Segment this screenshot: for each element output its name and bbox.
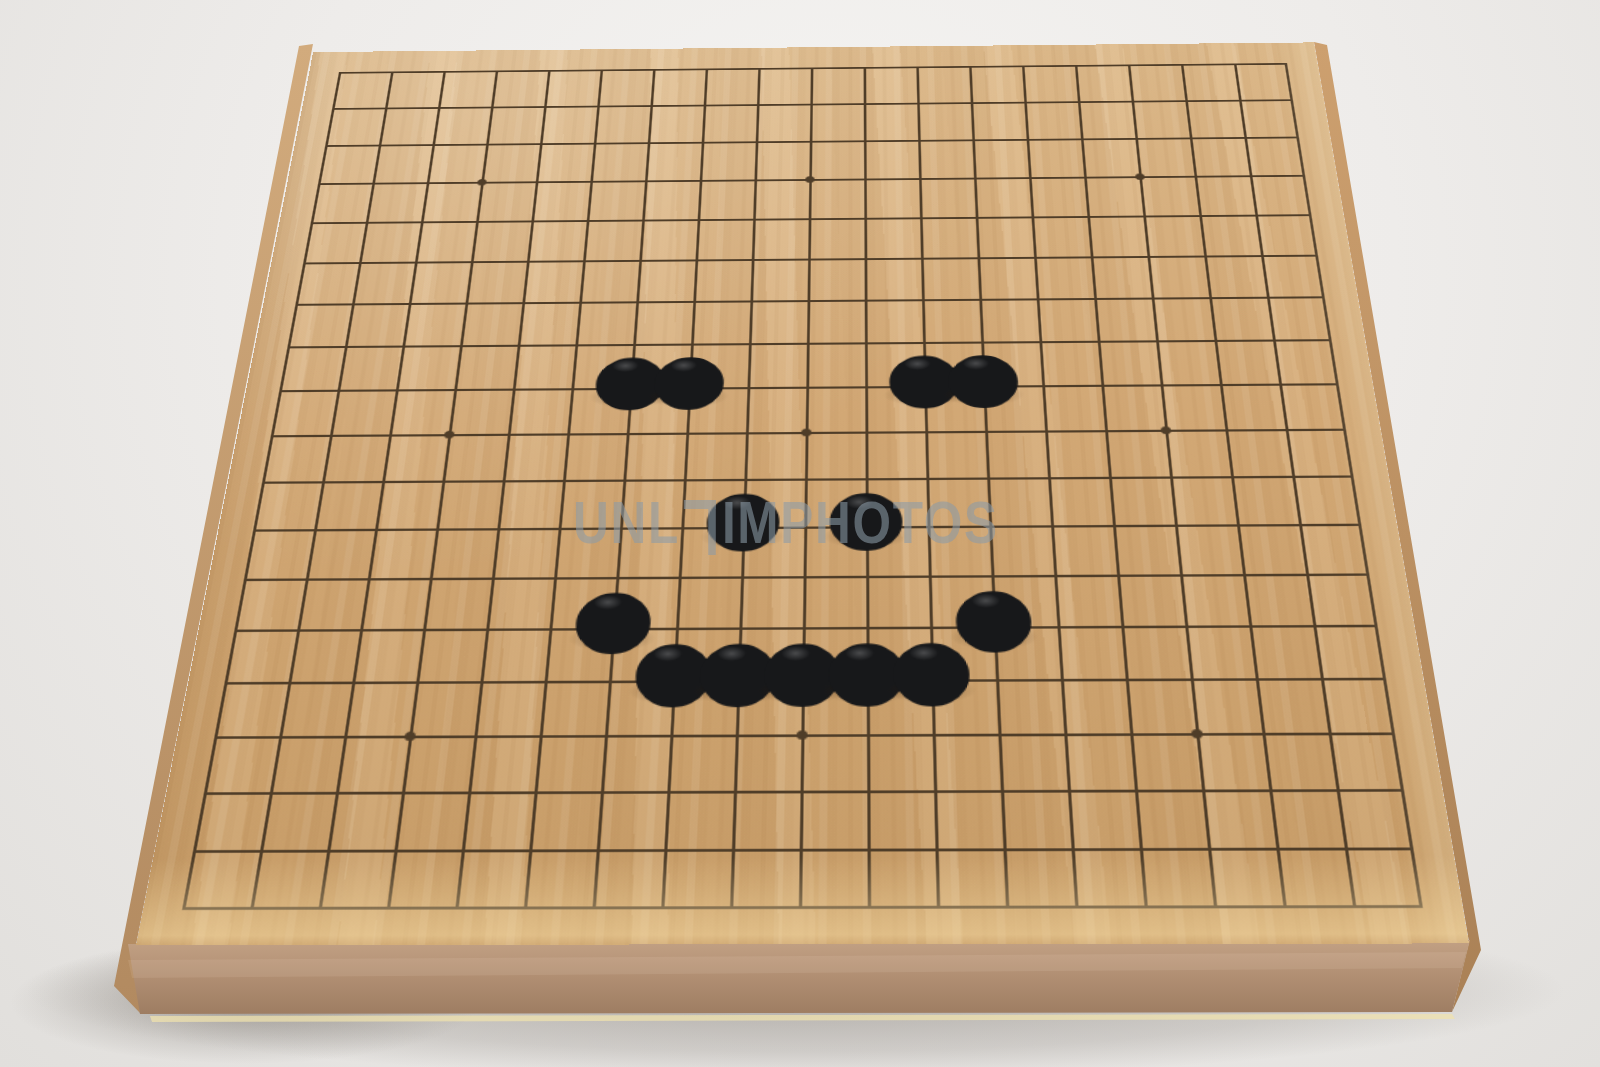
grid-cell xyxy=(648,105,704,143)
board-front-face xyxy=(128,940,1470,1014)
grid-cell xyxy=(279,682,352,736)
grid-cell xyxy=(969,66,1024,103)
grid-cell xyxy=(1194,175,1255,215)
grid-cell xyxy=(1267,296,1332,339)
grid-cell xyxy=(805,432,866,479)
grid-cell xyxy=(1048,477,1113,525)
grid-cell xyxy=(250,850,327,910)
grid-cell xyxy=(989,525,1054,575)
star-point xyxy=(801,428,811,436)
grid-cell xyxy=(1042,385,1105,431)
grid-cell xyxy=(704,68,759,105)
grid-cell xyxy=(1147,256,1209,298)
grid-cell xyxy=(919,178,976,218)
watermark-bracket-icon xyxy=(684,500,716,555)
grid-cell xyxy=(1321,678,1395,733)
grid-cell xyxy=(734,734,801,790)
grid-cell xyxy=(594,105,651,143)
grid-cell xyxy=(529,791,601,849)
grid-cell xyxy=(443,434,508,481)
grid-cell xyxy=(375,481,442,529)
grid-cell xyxy=(544,70,600,107)
grid-cell xyxy=(1185,625,1255,678)
grid-cell xyxy=(427,144,486,183)
grid-cell xyxy=(318,145,379,184)
grid-cell xyxy=(1113,525,1180,575)
grid-cell xyxy=(808,218,864,259)
grid-cell xyxy=(1261,255,1325,297)
grid-cell xyxy=(423,578,492,629)
grid-cell xyxy=(1286,429,1354,476)
star-point xyxy=(476,179,486,186)
grid-cell xyxy=(935,848,1006,908)
grid-cell xyxy=(583,220,642,261)
grid-cell xyxy=(235,578,306,629)
grid-cell xyxy=(1185,100,1244,138)
board-grid xyxy=(182,63,1423,910)
grid-cell xyxy=(693,259,751,301)
grid-cell xyxy=(1204,255,1267,297)
grid-cell xyxy=(306,529,375,579)
grid-cell xyxy=(409,261,471,303)
grid-cell xyxy=(809,140,864,179)
grid-cell xyxy=(1098,340,1161,384)
grid-cell xyxy=(864,217,921,258)
grid-cell xyxy=(667,735,735,791)
grid-cell xyxy=(691,300,750,343)
grid-cell xyxy=(1045,430,1109,477)
grid-cell xyxy=(1121,626,1190,679)
grid-cell xyxy=(314,481,382,529)
grid-cell xyxy=(996,679,1064,734)
grid-cell xyxy=(540,681,609,736)
grid-cell xyxy=(1170,476,1237,525)
watermark: UNL IMPHOTOS xyxy=(573,494,999,555)
grid-cell xyxy=(513,344,576,388)
grid-cell xyxy=(1181,64,1239,101)
grid-cell xyxy=(336,736,409,792)
grid-cell xyxy=(416,629,486,682)
grid-cell xyxy=(385,71,443,108)
grid-cell xyxy=(455,849,529,909)
grid-cell xyxy=(866,575,930,626)
grid-cell xyxy=(1072,848,1145,908)
grid-cell xyxy=(486,106,544,144)
grid-cell xyxy=(803,576,867,627)
grid-cell xyxy=(1130,733,1202,790)
grid-cell xyxy=(864,140,919,179)
grid-cell xyxy=(403,303,466,346)
grid-cell xyxy=(535,735,605,791)
grid-cell xyxy=(1244,137,1305,176)
grid-cell xyxy=(1161,384,1226,430)
grid-cell xyxy=(471,221,531,262)
grid-cell xyxy=(344,681,416,735)
grid-cell xyxy=(1032,216,1091,257)
grid-cell xyxy=(1237,524,1306,574)
grid-cell xyxy=(864,103,918,141)
grid-cell xyxy=(642,180,700,220)
grid-cell xyxy=(311,183,373,223)
grid-cell xyxy=(395,792,469,850)
grid-cell xyxy=(799,849,868,909)
grid-cell xyxy=(475,681,545,736)
grid-cell xyxy=(868,849,937,909)
grid-cell xyxy=(368,528,436,578)
grid-cell xyxy=(1037,298,1098,341)
grid-cell xyxy=(1029,177,1087,217)
grid-cell xyxy=(204,736,279,792)
grid-cell xyxy=(262,435,330,482)
star-point xyxy=(443,430,454,438)
grid-cell xyxy=(933,734,1001,791)
grid-cell xyxy=(1094,298,1156,341)
grid-cell xyxy=(1234,63,1293,100)
grid-cell xyxy=(807,300,865,343)
grid-cell xyxy=(481,143,540,182)
grid-cell xyxy=(338,346,403,390)
grid-cell xyxy=(270,736,344,792)
grid-cell xyxy=(536,143,594,182)
grid-cell xyxy=(623,433,686,480)
stone-highlight xyxy=(971,593,1000,608)
grid-cell xyxy=(327,792,402,850)
grid-cell xyxy=(698,179,755,219)
grid-cell xyxy=(971,102,1027,140)
grid-cell xyxy=(260,792,336,850)
grid-cell xyxy=(739,576,803,627)
grid-cell xyxy=(1081,138,1139,177)
grid-cell xyxy=(476,181,536,221)
grid-cell xyxy=(700,141,756,180)
grid-cell xyxy=(1180,574,1249,626)
grid-cell xyxy=(1132,100,1190,138)
grid-cell xyxy=(1175,524,1243,574)
grid-cell xyxy=(492,528,559,578)
grid-cell xyxy=(1051,525,1117,575)
grid-cell xyxy=(1057,626,1125,679)
grid-cell xyxy=(1279,383,1346,429)
grid-cell xyxy=(753,179,809,219)
grid-cell xyxy=(1209,297,1273,340)
watermark-text-left: UNL xyxy=(573,494,680,553)
grid-cell xyxy=(1075,65,1132,102)
grid-cell xyxy=(1239,99,1299,137)
grid-cell xyxy=(752,218,809,259)
grid-cell xyxy=(1336,789,1413,848)
grid-cell xyxy=(1034,256,1094,298)
grid-cell xyxy=(1087,216,1147,257)
grid-cell xyxy=(925,431,987,478)
grid-cell xyxy=(540,106,597,144)
grid-cell xyxy=(808,258,865,300)
grid-cell xyxy=(491,70,548,107)
star-point xyxy=(1190,728,1202,737)
grid-cell xyxy=(1196,733,1269,790)
grid-cell xyxy=(330,389,396,434)
grid-cell xyxy=(1064,733,1135,790)
grid-cell xyxy=(587,180,645,220)
star-point xyxy=(1134,173,1144,180)
grid-cell xyxy=(279,346,345,390)
star-point xyxy=(1160,426,1171,434)
grid-cell xyxy=(865,431,926,478)
grid-cell xyxy=(1306,573,1377,625)
grid-cell xyxy=(1156,340,1220,384)
grid-cell xyxy=(1165,429,1231,476)
grid-cell xyxy=(352,629,423,682)
grid-cell xyxy=(979,298,1039,341)
grid-cell xyxy=(454,345,517,389)
grid-cell xyxy=(696,219,754,260)
grid-cell xyxy=(387,850,462,910)
star-point xyxy=(805,176,814,183)
grid-cell xyxy=(1328,732,1403,789)
grid-cell xyxy=(1117,574,1185,626)
grid-cell xyxy=(402,735,474,791)
grid-cell xyxy=(985,430,1048,477)
grid-cell xyxy=(918,139,974,178)
grid-cell xyxy=(597,69,653,106)
grid-cell xyxy=(976,216,1034,257)
grid-cell xyxy=(865,258,922,300)
grid-cell xyxy=(1299,524,1369,574)
grid-cell xyxy=(1001,790,1072,848)
grid-cell xyxy=(1255,214,1318,255)
grid-cell xyxy=(748,343,807,387)
grid-cell xyxy=(1214,340,1279,384)
grid-cell xyxy=(645,142,702,181)
grid-cell xyxy=(1243,574,1313,626)
grid-cell xyxy=(460,302,522,345)
grid-cell xyxy=(592,849,664,909)
grid-cell xyxy=(1231,476,1299,525)
grid-cell xyxy=(867,734,934,791)
watermark-text-right: IMPHOTOS xyxy=(722,494,999,553)
grid-cell xyxy=(750,259,808,301)
go-board-photo: ●●●●●●●●●●●●● UNL IMPHOTOS xyxy=(0,0,1600,1067)
grid-cell xyxy=(601,735,670,791)
grid-cell xyxy=(389,389,454,434)
grid-cell xyxy=(1061,679,1130,734)
grid-cell xyxy=(684,432,746,479)
grid-cell xyxy=(345,303,409,346)
grid-cell xyxy=(864,67,918,104)
grid-cell xyxy=(756,104,811,142)
grid-cell xyxy=(1105,430,1170,477)
grid-cell xyxy=(468,735,539,791)
grid-cell xyxy=(1190,137,1250,176)
grid-cell xyxy=(1256,678,1329,733)
star-point xyxy=(796,730,807,739)
grid-cell xyxy=(867,790,935,848)
grid-cell xyxy=(322,434,389,481)
stone-glyph: ● xyxy=(653,351,725,404)
grid-cell xyxy=(433,107,492,145)
grid-cell xyxy=(462,791,535,849)
grid-cell xyxy=(998,734,1067,791)
grid-cell xyxy=(1143,215,1204,256)
grid-cell xyxy=(810,67,863,104)
grid-cell xyxy=(1139,176,1199,216)
grid-cell xyxy=(271,390,338,435)
grid-cell xyxy=(1022,65,1078,102)
grid-cell xyxy=(438,71,496,108)
grid-cell xyxy=(225,629,298,682)
grid-cell xyxy=(1276,848,1353,909)
grid-cell xyxy=(639,219,697,260)
grid-cell xyxy=(352,262,415,304)
grid-cell xyxy=(1313,625,1386,678)
grid-cell xyxy=(1128,64,1185,101)
grid-cell xyxy=(676,576,741,627)
grid-cell xyxy=(801,734,868,790)
grid-cell xyxy=(318,850,394,910)
grid-cell xyxy=(421,182,481,222)
grid-cell xyxy=(974,177,1032,217)
grid-cell xyxy=(325,108,385,146)
grid-cell xyxy=(1054,575,1121,626)
grid-cell xyxy=(1039,341,1101,385)
grid-cell xyxy=(590,142,647,181)
stone-glyph: ● xyxy=(892,635,970,699)
grid-cell xyxy=(532,181,591,221)
grid-cell xyxy=(1003,848,1075,908)
grid-cell xyxy=(1250,175,1312,215)
grid-cell xyxy=(916,66,970,103)
grid-cell xyxy=(597,791,668,849)
grid-cell xyxy=(749,300,808,343)
grid-cell xyxy=(579,260,639,302)
grid-cell xyxy=(523,260,584,302)
grid-cell xyxy=(244,529,314,579)
grid-cell xyxy=(1140,848,1214,908)
grid-cell xyxy=(1091,256,1152,298)
grid-cell xyxy=(636,259,695,301)
grid-cell xyxy=(1078,101,1135,139)
grid-cell xyxy=(1202,789,1276,848)
grid-cell xyxy=(288,303,353,346)
grid-cell xyxy=(664,791,734,849)
stone-highlight xyxy=(845,646,874,661)
grid-cell xyxy=(702,104,757,142)
grid-cell xyxy=(1262,733,1336,790)
grid-cell xyxy=(730,849,800,909)
grid-cell xyxy=(1191,678,1263,733)
grid-cell xyxy=(215,682,289,736)
stone-highlight xyxy=(909,645,938,660)
grid-cell xyxy=(746,387,806,433)
grid-cell xyxy=(497,480,563,528)
grid-cell xyxy=(486,577,554,628)
black-stone: ● xyxy=(892,635,970,699)
grid-cell xyxy=(800,790,868,848)
grid-cell xyxy=(1135,138,1194,177)
grid-cell xyxy=(917,102,972,140)
grid-cell xyxy=(366,182,427,222)
grid-cell xyxy=(1249,625,1321,678)
grid-cell xyxy=(382,434,448,481)
grid-cell xyxy=(978,257,1037,299)
black-stone: ● xyxy=(947,349,1019,402)
grid-cell xyxy=(449,389,513,434)
grid-cell xyxy=(806,342,865,386)
grid-cell xyxy=(920,217,977,258)
grid-cell xyxy=(253,481,322,529)
grid-cell xyxy=(1135,790,1208,849)
grid-cell xyxy=(193,792,270,850)
stone-glyph: ● xyxy=(947,349,1019,402)
grid-cell xyxy=(921,257,979,299)
grid-cell xyxy=(296,262,360,304)
grid-cell xyxy=(1273,339,1339,383)
grid-cell xyxy=(1126,678,1197,733)
grid-cell xyxy=(430,528,498,578)
grid-cell xyxy=(359,221,421,262)
grid-cell xyxy=(415,221,476,262)
grid-cell xyxy=(518,302,580,345)
grid-cell xyxy=(1225,429,1292,476)
grid-cell xyxy=(373,144,433,183)
grid-cell xyxy=(934,790,1003,848)
grid-cell xyxy=(466,261,527,303)
grid-cell xyxy=(289,629,361,682)
grid-cell xyxy=(1024,101,1081,139)
grid-cell xyxy=(972,139,1029,178)
grid-cell xyxy=(1292,475,1361,524)
grid-cell xyxy=(360,578,430,629)
grid-cell xyxy=(524,849,597,909)
grid-cell xyxy=(1101,384,1165,430)
grid-cell xyxy=(1199,215,1261,256)
grid-cell xyxy=(396,345,460,389)
grid-cell xyxy=(1027,138,1084,177)
grid-cell xyxy=(661,849,732,909)
grid-cell xyxy=(297,578,368,629)
grid-cell xyxy=(1345,847,1423,908)
grid-cell xyxy=(1084,176,1143,216)
grid-cell xyxy=(436,480,502,528)
grid-cell xyxy=(379,107,438,145)
black-stone: ● xyxy=(653,351,725,404)
grid-cell xyxy=(303,222,366,263)
grid-cell xyxy=(732,791,801,849)
grid-cell xyxy=(1269,789,1345,848)
grid-cell xyxy=(864,178,920,218)
grid-cell xyxy=(481,628,550,681)
grid-cell xyxy=(1109,476,1175,524)
grid-cell xyxy=(1208,848,1284,909)
grid-cell xyxy=(810,103,864,141)
grid-cell xyxy=(527,220,587,261)
grid-cell xyxy=(1220,384,1286,430)
grid-cell xyxy=(1068,790,1140,848)
grid-cell xyxy=(508,388,572,434)
grid-cell xyxy=(503,433,568,480)
grid-cell xyxy=(809,179,865,219)
grid-cell xyxy=(1152,297,1215,340)
grid-cell xyxy=(757,68,811,105)
grid-cell xyxy=(651,69,706,106)
grid-cell xyxy=(332,72,391,109)
grid-cell xyxy=(755,141,810,180)
grid-cell xyxy=(563,433,627,480)
grid-cell xyxy=(182,850,260,910)
grid-cell xyxy=(806,386,866,432)
grid-cell xyxy=(744,432,805,479)
grid-cell xyxy=(409,681,480,736)
